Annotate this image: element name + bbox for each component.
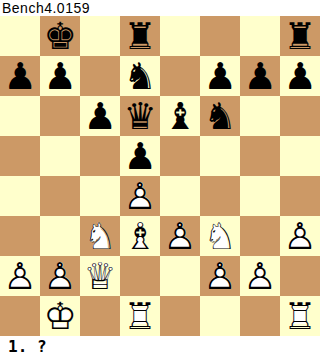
square-g8[interactable] bbox=[240, 16, 280, 56]
square-b6[interactable] bbox=[40, 96, 80, 136]
square-e8[interactable] bbox=[160, 16, 200, 56]
square-a8[interactable] bbox=[0, 16, 40, 56]
piece-black-pawn[interactable]: ♟ bbox=[80, 96, 120, 136]
square-a7[interactable]: ♟ bbox=[0, 56, 40, 96]
square-d4[interactable]: ♟♙ bbox=[120, 176, 160, 216]
square-f7[interactable]: ♟ bbox=[200, 56, 240, 96]
piece-black-pawn[interactable]: ♟ bbox=[200, 56, 240, 96]
square-a1[interactable] bbox=[0, 296, 40, 336]
square-d8[interactable]: ♜ bbox=[120, 16, 160, 56]
piece-white-pawn[interactable]: ♟♙ bbox=[0, 256, 40, 296]
piece-glyph-outline: ♔ bbox=[40, 296, 80, 336]
square-h1[interactable]: ♜♖ bbox=[280, 296, 320, 336]
piece-black-pawn[interactable]: ♟ bbox=[280, 56, 320, 96]
move-prompt: 1. ? bbox=[0, 336, 320, 360]
piece-glyph-outline: ♙ bbox=[280, 216, 320, 256]
square-g2[interactable]: ♟♙ bbox=[240, 256, 280, 296]
square-g4[interactable] bbox=[240, 176, 280, 216]
square-b1[interactable]: ♚♔ bbox=[40, 296, 80, 336]
square-h8[interactable]: ♜ bbox=[280, 16, 320, 56]
square-h4[interactable] bbox=[280, 176, 320, 216]
piece-black-knight[interactable]: ♞ bbox=[120, 56, 160, 96]
piece-white-queen[interactable]: ♛♕ bbox=[80, 256, 120, 296]
square-e5[interactable] bbox=[160, 136, 200, 176]
piece-white-pawn[interactable]: ♟♙ bbox=[200, 256, 240, 296]
square-c5[interactable] bbox=[80, 136, 120, 176]
square-a4[interactable] bbox=[0, 176, 40, 216]
square-b2[interactable]: ♟♙ bbox=[40, 256, 80, 296]
chess-diagram-window: Bench4.0159 ♚♜♜♟♟♞♟♟♟♟♛♝♞♟♟♙♞♘♝♗♟♙♞♘♟♙♟♙… bbox=[0, 0, 320, 360]
square-c3[interactable]: ♞♘ bbox=[80, 216, 120, 256]
square-h5[interactable] bbox=[280, 136, 320, 176]
square-f8[interactable] bbox=[200, 16, 240, 56]
piece-glyph-outline: ♖ bbox=[280, 296, 320, 336]
piece-black-pawn[interactable]: ♟ bbox=[120, 136, 160, 176]
square-f2[interactable]: ♟♙ bbox=[200, 256, 240, 296]
piece-glyph-outline: ♘ bbox=[80, 216, 120, 256]
piece-white-king[interactable]: ♚♔ bbox=[40, 296, 80, 336]
square-f3[interactable]: ♞♘ bbox=[200, 216, 240, 256]
square-b3[interactable] bbox=[40, 216, 80, 256]
piece-black-queen[interactable]: ♛ bbox=[120, 96, 160, 136]
piece-white-pawn[interactable]: ♟♙ bbox=[120, 176, 160, 216]
square-d2[interactable] bbox=[120, 256, 160, 296]
square-f6[interactable]: ♞ bbox=[200, 96, 240, 136]
square-a3[interactable] bbox=[0, 216, 40, 256]
square-h7[interactable]: ♟ bbox=[280, 56, 320, 96]
square-b4[interactable] bbox=[40, 176, 80, 216]
piece-glyph-outline: ♖ bbox=[120, 296, 160, 336]
square-a5[interactable] bbox=[0, 136, 40, 176]
square-f1[interactable] bbox=[200, 296, 240, 336]
piece-black-knight[interactable]: ♞ bbox=[200, 96, 240, 136]
piece-glyph-outline: ♙ bbox=[0, 256, 40, 296]
square-c2[interactable]: ♛♕ bbox=[80, 256, 120, 296]
piece-white-pawn[interactable]: ♟♙ bbox=[280, 216, 320, 256]
piece-glyph-outline: ♙ bbox=[240, 256, 280, 296]
square-g3[interactable] bbox=[240, 216, 280, 256]
piece-glyph-outline: ♗ bbox=[120, 216, 160, 256]
piece-black-pawn[interactable]: ♟ bbox=[0, 56, 40, 96]
square-e7[interactable] bbox=[160, 56, 200, 96]
piece-glyph-outline: ♙ bbox=[120, 176, 160, 216]
piece-black-bishop[interactable]: ♝ bbox=[160, 96, 200, 136]
square-f5[interactable] bbox=[200, 136, 240, 176]
square-e6[interactable]: ♝ bbox=[160, 96, 200, 136]
square-h2[interactable] bbox=[280, 256, 320, 296]
square-b7[interactable]: ♟ bbox=[40, 56, 80, 96]
piece-black-rook[interactable]: ♜ bbox=[280, 16, 320, 56]
square-g5[interactable] bbox=[240, 136, 280, 176]
piece-glyph-outline: ♙ bbox=[40, 256, 80, 296]
square-e4[interactable] bbox=[160, 176, 200, 216]
piece-glyph-outline: ♙ bbox=[160, 216, 200, 256]
square-d7[interactable]: ♞ bbox=[120, 56, 160, 96]
square-h6[interactable] bbox=[280, 96, 320, 136]
square-d6[interactable]: ♛ bbox=[120, 96, 160, 136]
page-title: Bench4.0159 bbox=[0, 0, 320, 16]
square-c1[interactable] bbox=[80, 296, 120, 336]
piece-white-pawn[interactable]: ♟♙ bbox=[40, 256, 80, 296]
square-e1[interactable] bbox=[160, 296, 200, 336]
piece-glyph-outline: ♘ bbox=[200, 216, 240, 256]
square-a2[interactable]: ♟♙ bbox=[0, 256, 40, 296]
piece-black-king[interactable]: ♚ bbox=[40, 16, 80, 56]
square-d1[interactable]: ♜♖ bbox=[120, 296, 160, 336]
chess-board: ♚♜♜♟♟♞♟♟♟♟♛♝♞♟♟♙♞♘♝♗♟♙♞♘♟♙♟♙♟♙♛♕♟♙♟♙♚♔♜♖… bbox=[0, 16, 320, 336]
piece-white-rook[interactable]: ♜♖ bbox=[120, 296, 160, 336]
piece-white-knight[interactable]: ♞♘ bbox=[80, 216, 120, 256]
piece-glyph-outline: ♕ bbox=[80, 256, 120, 296]
piece-white-bishop[interactable]: ♝♗ bbox=[120, 216, 160, 256]
square-d5[interactable]: ♟ bbox=[120, 136, 160, 176]
piece-black-pawn[interactable]: ♟ bbox=[40, 56, 80, 96]
square-e3[interactable]: ♟♙ bbox=[160, 216, 200, 256]
square-c4[interactable] bbox=[80, 176, 120, 216]
piece-black-rook[interactable]: ♜ bbox=[120, 16, 160, 56]
square-c7[interactable] bbox=[80, 56, 120, 96]
piece-black-pawn[interactable]: ♟ bbox=[240, 56, 280, 96]
square-c8[interactable] bbox=[80, 16, 120, 56]
square-c6[interactable]: ♟ bbox=[80, 96, 120, 136]
piece-white-rook[interactable]: ♜♖ bbox=[280, 296, 320, 336]
piece-white-knight[interactable]: ♞♘ bbox=[200, 216, 240, 256]
piece-glyph-outline: ♙ bbox=[200, 256, 240, 296]
square-d3[interactable]: ♝♗ bbox=[120, 216, 160, 256]
square-a6[interactable] bbox=[0, 96, 40, 136]
square-f4[interactable] bbox=[200, 176, 240, 216]
square-h3[interactable]: ♟♙ bbox=[280, 216, 320, 256]
square-g7[interactable]: ♟ bbox=[240, 56, 280, 96]
piece-white-pawn[interactable]: ♟♙ bbox=[240, 256, 280, 296]
square-b5[interactable] bbox=[40, 136, 80, 176]
square-g1[interactable] bbox=[240, 296, 280, 336]
square-g6[interactable] bbox=[240, 96, 280, 136]
square-b8[interactable]: ♚ bbox=[40, 16, 80, 56]
piece-white-pawn[interactable]: ♟♙ bbox=[160, 216, 200, 256]
square-e2[interactable] bbox=[160, 256, 200, 296]
